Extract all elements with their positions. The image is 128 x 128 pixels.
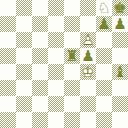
square-c1[interactable] (32, 112, 48, 128)
square-e5[interactable]: ♜ (64, 48, 80, 64)
piece-black-rook: ♜ (64, 48, 80, 64)
piece-black-king: ♚ (112, 0, 128, 16)
piece-white-king: ♔ (80, 64, 96, 80)
square-a6[interactable] (0, 32, 16, 48)
square-f7[interactable] (80, 16, 96, 32)
square-g2[interactable] (96, 96, 112, 112)
square-h6[interactable] (112, 32, 128, 48)
square-a8[interactable] (0, 0, 16, 16)
square-g5[interactable] (96, 48, 112, 64)
square-a2[interactable] (0, 96, 16, 112)
square-d5[interactable] (48, 48, 64, 64)
square-g7[interactable]: ♟ (96, 16, 112, 32)
white-pawn-fill: ♟ (80, 32, 96, 48)
square-b3[interactable] (16, 80, 32, 96)
square-b5[interactable] (16, 48, 32, 64)
square-g6[interactable] (96, 32, 112, 48)
square-c7[interactable] (32, 16, 48, 32)
square-d1[interactable] (48, 112, 64, 128)
square-e6[interactable] (64, 32, 80, 48)
square-d4[interactable] (48, 64, 64, 80)
square-e3[interactable] (64, 80, 80, 96)
square-b1[interactable] (16, 112, 32, 128)
white-king-fill: ♚ (80, 64, 96, 80)
square-f5[interactable]: ♟ (80, 48, 96, 64)
square-a1[interactable] (0, 112, 16, 128)
square-f1[interactable] (80, 112, 96, 128)
square-g8[interactable]: ♞♘ (96, 0, 112, 16)
white-knight-fill: ♞ (96, 0, 112, 16)
square-c6[interactable] (32, 32, 48, 48)
square-b4[interactable] (16, 64, 32, 80)
square-b8[interactable] (16, 0, 32, 16)
piece-white-pawn: ♙ (80, 32, 96, 48)
square-c8[interactable] (32, 0, 48, 16)
square-g4[interactable] (96, 64, 112, 80)
square-a3[interactable] (0, 80, 16, 96)
square-a7[interactable] (0, 16, 16, 32)
square-f6[interactable]: ♟♙ (80, 32, 96, 48)
piece-black-pawn: ♟ (96, 16, 112, 32)
square-a4[interactable] (0, 64, 16, 80)
square-h3[interactable] (112, 80, 128, 96)
square-c3[interactable] (32, 80, 48, 96)
piece-white-knight: ♘ (96, 0, 112, 16)
square-e7[interactable] (64, 16, 80, 32)
square-d8[interactable] (48, 0, 64, 16)
square-d7[interactable] (48, 16, 64, 32)
piece-black-bishop: ♝ (112, 64, 128, 80)
piece-black-pawn: ♟ (80, 48, 96, 64)
square-a5[interactable] (0, 48, 16, 64)
square-h5[interactable] (112, 48, 128, 64)
square-d6[interactable] (48, 32, 64, 48)
piece-black-pawn: ♟ (112, 16, 128, 32)
square-b6[interactable] (16, 32, 32, 48)
square-e2[interactable] (64, 96, 80, 112)
square-e8[interactable] (64, 0, 80, 16)
square-h2[interactable] (112, 96, 128, 112)
square-b2[interactable] (16, 96, 32, 112)
square-f2[interactable] (80, 96, 96, 112)
square-f3[interactable] (80, 80, 96, 96)
square-f4[interactable]: ♚♔ (80, 64, 96, 80)
square-h8[interactable]: ♚ (112, 0, 128, 16)
square-d3[interactable] (48, 80, 64, 96)
square-c4[interactable] (32, 64, 48, 80)
square-g3[interactable] (96, 80, 112, 96)
square-c5[interactable] (32, 48, 48, 64)
square-c2[interactable] (32, 96, 48, 112)
square-e4[interactable] (64, 64, 80, 80)
square-f8[interactable] (80, 0, 96, 16)
square-d2[interactable] (48, 96, 64, 112)
square-e1[interactable] (64, 112, 80, 128)
square-g1[interactable] (96, 112, 112, 128)
square-h7[interactable]: ♟ (112, 16, 128, 32)
square-h1[interactable] (112, 112, 128, 128)
square-b7[interactable] (16, 16, 32, 32)
chess-board: ♞♘♚♟♟♟♙♜♟♚♔♝ (0, 0, 128, 128)
square-h4[interactable]: ♝ (112, 64, 128, 80)
